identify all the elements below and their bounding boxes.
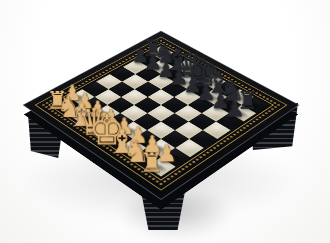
square-h2[interactable]: ♟ — [161, 147, 190, 166]
black-pawn[interactable]: ♟ — [226, 98, 245, 120]
square-a5[interactable] — [110, 66, 136, 81]
photo-background: ♜♞♝♛♚♝♞♜♟♟♟♟♟♟♟♟♟♟♟♟♟♟♟♟♜♞♝♛♚♝♞♜ — [0, 0, 330, 243]
white-rook[interactable]: ♜ — [140, 149, 164, 176]
square-h8[interactable]: ♜ — [242, 97, 269, 113]
